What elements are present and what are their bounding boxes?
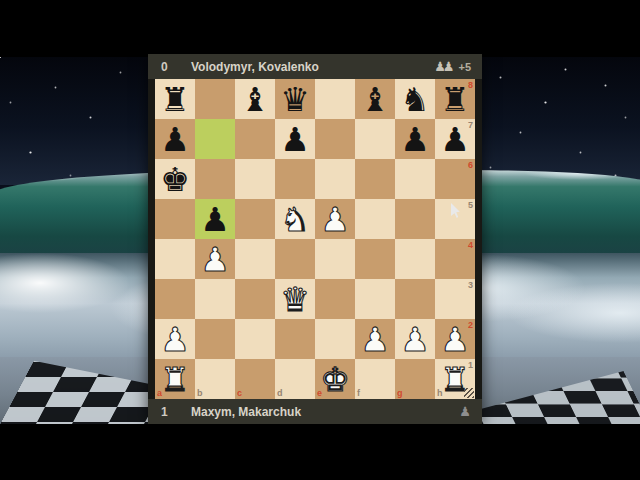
square-e8[interactable] xyxy=(315,79,355,119)
material-advantage: +5 xyxy=(458,61,471,73)
black-king: ♚ xyxy=(155,159,195,199)
chess-board: ♜♝♛♝♞♜8♟♟♟♟7♚6♟♞♟5♟4♛3♟♟♟♟2♜abcd♚efg♜1h xyxy=(155,79,475,399)
coord-file-e: e xyxy=(317,389,322,398)
square-f6[interactable] xyxy=(355,159,395,199)
square-g3[interactable] xyxy=(395,279,435,319)
coord-file-f: f xyxy=(357,389,360,398)
square-g8[interactable]: ♞ xyxy=(395,79,435,119)
square-f8[interactable]: ♝ xyxy=(355,79,395,119)
square-f7[interactable] xyxy=(355,119,395,159)
top-player-name: Volodymyr, Kovalenko xyxy=(191,60,319,74)
square-f5[interactable] xyxy=(355,199,395,239)
square-a7[interactable]: ♟ xyxy=(155,119,195,159)
square-e2[interactable] xyxy=(315,319,355,359)
square-d1[interactable]: d xyxy=(275,359,315,399)
black-pawn: ♟ xyxy=(155,119,195,159)
square-b6[interactable] xyxy=(195,159,235,199)
square-b8[interactable] xyxy=(195,79,235,119)
square-d3[interactable]: ♛ xyxy=(275,279,315,319)
square-b2[interactable] xyxy=(195,319,235,359)
white-pawn: ♟ xyxy=(355,319,395,359)
square-a1[interactable]: ♜a xyxy=(155,359,195,399)
white-pawn: ♟ xyxy=(315,199,355,239)
captured-pawns-icon: ♟♟ xyxy=(434,60,454,73)
white-pawn: ♟ xyxy=(395,319,435,359)
square-b3[interactable] xyxy=(195,279,235,319)
square-e3[interactable] xyxy=(315,279,355,319)
chess-widget: 0 Volodymyr, Kovalenko ♟♟ +5 ♜♝♛♝♞♜8♟♟♟♟… xyxy=(148,54,482,424)
square-c6[interactable] xyxy=(235,159,275,199)
square-e5[interactable]: ♟ xyxy=(315,199,355,239)
square-h8[interactable]: ♜8 xyxy=(435,79,475,119)
black-bishop: ♝ xyxy=(235,79,275,119)
coord-file-d: d xyxy=(277,389,283,398)
square-c2[interactable] xyxy=(235,319,275,359)
coord-file-c: c xyxy=(237,389,242,398)
square-a5[interactable] xyxy=(155,199,195,239)
player-bar-bottom: 1 Maxym, Makarchuk ♟ xyxy=(148,399,482,424)
square-h4[interactable]: 4 xyxy=(435,239,475,279)
square-b1[interactable]: b xyxy=(195,359,235,399)
square-f4[interactable] xyxy=(355,239,395,279)
square-g4[interactable] xyxy=(395,239,435,279)
coord-file-h: h xyxy=(437,389,443,398)
black-pawn: ♟ xyxy=(195,199,235,239)
square-d8[interactable]: ♛ xyxy=(275,79,315,119)
square-b4[interactable]: ♟ xyxy=(195,239,235,279)
coord-rank-1: 1 xyxy=(468,361,473,370)
square-g6[interactable] xyxy=(395,159,435,199)
coord-rank-2: 2 xyxy=(468,321,473,330)
square-g7[interactable]: ♟ xyxy=(395,119,435,159)
coord-file-g: g xyxy=(397,389,403,398)
coord-rank-8: 8 xyxy=(468,81,473,90)
white-knight: ♞ xyxy=(275,199,315,239)
coord-file-b: b xyxy=(197,389,203,398)
square-d4[interactable] xyxy=(275,239,315,279)
square-h3[interactable]: 3 xyxy=(435,279,475,319)
square-d6[interactable] xyxy=(275,159,315,199)
video-frame: 0 Volodymyr, Kovalenko ♟♟ +5 ♜♝♛♝♞♜8♟♟♟♟… xyxy=(0,0,640,480)
square-e7[interactable] xyxy=(315,119,355,159)
square-a6[interactable]: ♚ xyxy=(155,159,195,199)
square-c8[interactable]: ♝ xyxy=(235,79,275,119)
square-g5[interactable] xyxy=(395,199,435,239)
black-pawn: ♟ xyxy=(395,119,435,159)
white-queen: ♛ xyxy=(275,279,315,319)
black-knight: ♞ xyxy=(395,79,435,119)
coord-file-a: a xyxy=(157,389,162,398)
white-pawn: ♟ xyxy=(155,319,195,359)
stars xyxy=(0,57,1,58)
coord-rank-3: 3 xyxy=(468,281,473,290)
coord-rank-6: 6 xyxy=(468,161,473,170)
white-pawn: ♟ xyxy=(195,239,235,279)
board-frame: ♜♝♛♝♞♜8♟♟♟♟7♚6♟♞♟5♟4♛3♟♟♟♟2♜abcd♚efg♜1h xyxy=(148,79,482,399)
coord-rank-4: 4 xyxy=(468,241,473,250)
square-f1[interactable]: f xyxy=(355,359,395,399)
square-e4[interactable] xyxy=(315,239,355,279)
square-f3[interactable] xyxy=(355,279,395,319)
square-e1[interactable]: ♚e xyxy=(315,359,355,399)
square-a3[interactable] xyxy=(155,279,195,319)
square-a2[interactable]: ♟ xyxy=(155,319,195,359)
player-bar-top: 0 Volodymyr, Kovalenko ♟♟ +5 xyxy=(148,54,482,79)
square-c4[interactable] xyxy=(235,239,275,279)
square-b5[interactable]: ♟ xyxy=(195,199,235,239)
captured-pawn-icon: ♟ xyxy=(459,405,471,418)
square-d5[interactable]: ♞ xyxy=(275,199,315,239)
black-rook: ♜ xyxy=(155,79,195,119)
square-d2[interactable] xyxy=(275,319,315,359)
black-queen: ♛ xyxy=(275,79,315,119)
square-e6[interactable] xyxy=(315,159,355,199)
square-h2[interactable]: ♟2 xyxy=(435,319,475,359)
top-player-score: 0 xyxy=(161,60,183,74)
bottom-player-name: Maxym, Makarchuk xyxy=(191,405,301,419)
square-a4[interactable] xyxy=(155,239,195,279)
square-h5[interactable]: 5 xyxy=(435,199,475,239)
square-c7[interactable] xyxy=(235,119,275,159)
square-h6[interactable]: 6 xyxy=(435,159,475,199)
square-g2[interactable]: ♟ xyxy=(395,319,435,359)
resize-handle[interactable] xyxy=(464,388,474,398)
black-bishop: ♝ xyxy=(355,79,395,119)
square-b7[interactable] xyxy=(195,119,235,159)
square-c1[interactable]: c xyxy=(235,359,275,399)
coord-rank-5: 5 xyxy=(468,201,473,210)
square-c5[interactable] xyxy=(235,199,275,239)
square-g1[interactable]: g xyxy=(395,359,435,399)
square-c3[interactable] xyxy=(235,279,275,319)
black-pawn: ♟ xyxy=(275,119,315,159)
square-a8[interactable]: ♜ xyxy=(155,79,195,119)
bottom-player-score: 1 xyxy=(161,405,183,419)
square-d7[interactable]: ♟ xyxy=(275,119,315,159)
square-h7[interactable]: ♟7 xyxy=(435,119,475,159)
square-f2[interactable]: ♟ xyxy=(355,319,395,359)
coord-rank-7: 7 xyxy=(468,121,473,130)
